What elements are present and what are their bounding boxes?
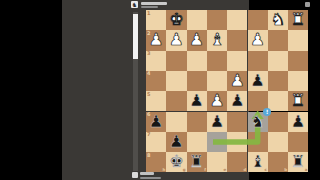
square-c3[interactable]: [248, 51, 268, 71]
square-d6[interactable]: [227, 112, 247, 132]
rank-label-8: 8: [147, 153, 150, 158]
file-label-b: b: [284, 168, 287, 172]
app-logo-icon: ♞: [131, 1, 138, 8]
square-a7[interactable]: [288, 132, 308, 152]
square-h5[interactable]: 5: [146, 91, 166, 111]
square-h4[interactable]: 4: [146, 71, 166, 91]
file-label-h: h: [162, 168, 165, 172]
white-rook-a1[interactable]: ♜: [288, 10, 308, 30]
settings-icon[interactable]: [305, 2, 310, 7]
header-subtitle-text-illegible: [141, 6, 158, 8]
square-a2[interactable]: [288, 30, 308, 50]
white-pawn-e5[interactable]: ♟: [207, 91, 227, 111]
square-a4[interactable]: [288, 71, 308, 91]
video-frame: ♞ 12345678hgfedcba♚♞♜♟♟♟♝♟♟♟♟♟♟♜♟♟♞♟♟♚♜♝…: [0, 0, 320, 180]
square-h3[interactable]: 3: [146, 51, 166, 71]
square-d7[interactable]: [227, 132, 247, 152]
black-pawn-d5[interactable]: ♟: [227, 91, 247, 111]
square-f7[interactable]: [187, 132, 207, 152]
rank-label-3: 3: [147, 51, 150, 56]
chess-board[interactable]: 12345678hgfedcba♚♞♜♟♟♟♝♟♟♟♟♟♟♜♟♟♞♟♟♚♜♝♜: [146, 10, 308, 172]
black-pawn-h6[interactable]: ♟: [146, 112, 166, 132]
player-avatar-icon: [132, 172, 138, 178]
square-e4[interactable]: [207, 71, 227, 91]
white-pawn-h2[interactable]: ♟: [146, 30, 166, 50]
square-h1[interactable]: 1: [146, 10, 166, 30]
square-f3[interactable]: [187, 51, 207, 71]
square-b6[interactable]: [268, 112, 288, 132]
black-pawn-f5[interactable]: ♟: [187, 91, 207, 111]
square-e3[interactable]: [207, 51, 227, 71]
player-name-text-illegible: [140, 172, 154, 175]
square-d3[interactable]: [227, 51, 247, 71]
square-f4[interactable]: [187, 71, 207, 91]
good-move-badge: !: [263, 108, 271, 116]
square-d1[interactable]: [227, 10, 247, 30]
square-e8[interactable]: e: [207, 152, 227, 172]
white-knight-b1[interactable]: ♞: [268, 10, 288, 30]
square-a3[interactable]: [288, 51, 308, 71]
square-f6[interactable]: [187, 112, 207, 132]
white-pawn-c2[interactable]: ♟: [248, 30, 268, 50]
square-b5[interactable]: [268, 91, 288, 111]
black-king-g8[interactable]: ♚: [166, 152, 186, 172]
evaluation-bar-white-portion: [133, 14, 138, 59]
chess-app-panel: ♞ 12345678hgfedcba♚♞♜♟♟♟♝♟♟♟♟♟♟♜♟♟♞♟♟♚♜♝…: [62, 0, 249, 180]
square-c7[interactable]: [248, 132, 268, 152]
black-pawn-c4[interactable]: ♟: [248, 71, 268, 91]
square-c1[interactable]: [248, 10, 268, 30]
square-h8[interactable]: 8h: [146, 152, 166, 172]
evaluation-bar: [133, 12, 138, 171]
header-title-text-illegible: [141, 2, 167, 5]
square-b7[interactable]: [268, 132, 288, 152]
square-f1[interactable]: [187, 10, 207, 30]
white-pawn-g2[interactable]: ♟: [166, 30, 186, 50]
square-b8[interactable]: b: [268, 152, 288, 172]
square-g5[interactable]: [166, 91, 186, 111]
white-bishop-e2[interactable]: ♝: [207, 30, 227, 50]
white-king-g1[interactable]: ♚: [166, 10, 186, 30]
square-e7[interactable]: [207, 132, 227, 152]
square-b3[interactable]: [268, 51, 288, 71]
file-label-d: d: [244, 168, 247, 172]
rank-label-1: 1: [147, 11, 150, 16]
square-b2[interactable]: [268, 30, 288, 50]
square-g4[interactable]: [166, 71, 186, 91]
rank-label-4: 4: [147, 71, 150, 76]
square-b4[interactable]: [268, 71, 288, 91]
square-h7[interactable]: 7: [146, 132, 166, 152]
black-pawn-g7[interactable]: ♟: [166, 132, 186, 152]
square-g6[interactable]: [166, 112, 186, 132]
rank-label-5: 5: [147, 92, 150, 97]
black-rook-f8[interactable]: ♜: [187, 152, 207, 172]
square-d8[interactable]: d: [227, 152, 247, 172]
white-pawn-f2[interactable]: ♟: [187, 30, 207, 50]
player-info-text-illegible: [140, 177, 161, 179]
square-g3[interactable]: [166, 51, 186, 71]
black-rook-a8[interactable]: ♜: [288, 152, 308, 172]
black-pawn-a6[interactable]: ♟: [288, 112, 308, 132]
rank-label-7: 7: [147, 132, 150, 137]
file-label-e: e: [223, 168, 226, 172]
black-pawn-e6[interactable]: ♟: [207, 112, 227, 132]
white-rook-a5[interactable]: ♜: [288, 91, 308, 111]
square-d2[interactable]: [227, 30, 247, 50]
square-e1[interactable]: [207, 10, 227, 30]
white-pawn-d4[interactable]: ♟: [227, 71, 247, 91]
black-bishop-c8[interactable]: ♝: [248, 152, 268, 172]
